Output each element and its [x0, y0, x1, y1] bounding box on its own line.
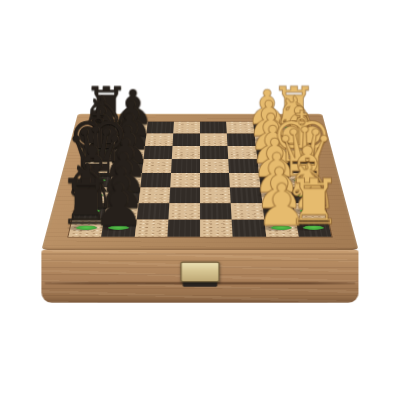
square-b5 [168, 203, 200, 219]
scene-3d: ♜♟♟♜♞♟♟♞♝♟♟♝♚♟♟♚♛♟♟♛♝♟♟♝♞♟♟♞♜♟♟♜ [0, 0, 400, 400]
brass-clasp-icon [180, 262, 219, 283]
box-front-panel [41, 250, 358, 303]
square-e5 [171, 159, 200, 173]
square-g5 [172, 134, 200, 146]
square-h5 [173, 122, 200, 134]
square-h4 [200, 122, 227, 134]
square-a4 [200, 219, 233, 236]
square-f5 [172, 146, 200, 159]
piece-white-rook-a1: ♜ [286, 171, 342, 234]
square-b4 [200, 203, 232, 219]
square-f4 [200, 146, 228, 159]
chess-box: ♜♟♟♜♞♟♟♞♝♟♟♝♚♟♟♚♛♟♟♛♝♟♟♝♞♟♟♞♜♟♟♜ [41, 114, 358, 250]
square-d5 [170, 173, 200, 188]
square-c5 [169, 188, 200, 203]
chess-set-photo: ♜♟♟♜♞♟♟♞♝♟♟♝♚♟♟♚♛♟♟♛♝♟♟♝♞♟♟♞♜♟♟♜ [0, 0, 400, 400]
square-a1: ♜ [296, 219, 332, 236]
piece-black-pawn-a7: ♟ [92, 176, 144, 234]
square-c4 [200, 188, 231, 203]
square-a5 [167, 219, 200, 236]
square-d4 [200, 173, 230, 188]
square-g4 [200, 134, 228, 146]
board-grid: ♜♟♟♜♞♟♟♞♝♟♟♝♚♟♟♚♛♟♟♛♝♟♟♝♞♟♟♞♜♟♟♜ [67, 121, 332, 237]
board-frame: ♜♟♟♜♞♟♟♞♝♟♟♝♚♟♟♚♛♟♟♛♝♟♟♝♞♟♟♞♜♟♟♜ [41, 114, 358, 250]
square-e4 [200, 159, 229, 173]
square-a7: ♟ [101, 219, 136, 236]
